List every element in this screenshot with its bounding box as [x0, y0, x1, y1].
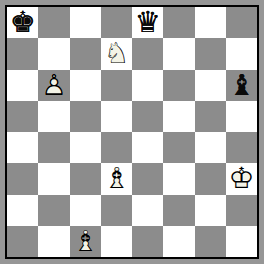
square-c5[interactable] [70, 101, 101, 132]
square-e7[interactable] [132, 38, 163, 69]
square-a7[interactable] [7, 38, 38, 69]
square-f5[interactable] [163, 101, 194, 132]
square-g7[interactable] [195, 38, 226, 69]
square-h3[interactable]: ♚♔ [226, 163, 257, 194]
square-b1[interactable] [38, 226, 69, 257]
white-bishop-glyph-outline: ♗ [72, 227, 98, 256]
square-c7[interactable] [70, 38, 101, 69]
square-a2[interactable] [7, 195, 38, 226]
square-g8[interactable] [195, 7, 226, 38]
white-pawn-glyph-outline: ♙ [41, 71, 67, 100]
square-g3[interactable] [195, 163, 226, 194]
square-h8[interactable] [226, 7, 257, 38]
square-b6[interactable]: ♟♙ [38, 70, 69, 101]
square-h2[interactable] [226, 195, 257, 226]
black-bishop-glyph-outline: ♝ [228, 71, 254, 100]
square-c3[interactable] [70, 163, 101, 194]
chess-diagram: ♚♚♛♛♞♘♟♙♝♝♝♗♚♔♝♗ [0, 0, 264, 264]
square-b7[interactable] [38, 38, 69, 69]
square-e6[interactable] [132, 70, 163, 101]
square-a1[interactable] [7, 226, 38, 257]
white-knight-glyph-outline: ♘ [103, 39, 129, 68]
square-e8[interactable]: ♛♛ [132, 7, 163, 38]
board-frame: ♚♚♛♛♞♘♟♙♝♝♝♗♚♔♝♗ [5, 5, 259, 259]
square-g1[interactable] [195, 226, 226, 257]
square-b8[interactable] [38, 7, 69, 38]
square-g2[interactable] [195, 195, 226, 226]
square-a3[interactable] [7, 163, 38, 194]
square-h5[interactable] [226, 101, 257, 132]
square-f6[interactable] [163, 70, 194, 101]
white-bishop-glyph-outline: ♗ [103, 164, 129, 193]
square-b5[interactable] [38, 101, 69, 132]
square-e4[interactable] [132, 132, 163, 163]
black-queen-glyph-outline: ♛ [135, 8, 161, 37]
square-d5[interactable] [101, 101, 132, 132]
square-f7[interactable] [163, 38, 194, 69]
white-king-glyph-outline: ♔ [228, 164, 254, 193]
square-g4[interactable] [195, 132, 226, 163]
square-e5[interactable] [132, 101, 163, 132]
white-bishop-piece: ♝♗ [103, 164, 129, 193]
square-h6[interactable]: ♝♝ [226, 70, 257, 101]
square-a4[interactable] [7, 132, 38, 163]
square-d4[interactable] [101, 132, 132, 163]
square-b4[interactable] [38, 132, 69, 163]
square-c2[interactable] [70, 195, 101, 226]
square-f3[interactable] [163, 163, 194, 194]
square-d6[interactable] [101, 70, 132, 101]
square-f1[interactable] [163, 226, 194, 257]
square-a8[interactable]: ♚♚ [7, 7, 38, 38]
square-e1[interactable] [132, 226, 163, 257]
white-knight-piece: ♞♘ [103, 39, 129, 68]
square-e3[interactable] [132, 163, 163, 194]
white-pawn-piece: ♟♙ [41, 71, 67, 100]
chess-board: ♚♚♛♛♞♘♟♙♝♝♝♗♚♔♝♗ [7, 7, 257, 257]
square-c6[interactable] [70, 70, 101, 101]
square-d1[interactable] [101, 226, 132, 257]
square-d2[interactable] [101, 195, 132, 226]
black-king-piece: ♚♚ [10, 8, 36, 37]
black-queen-piece: ♛♛ [135, 8, 161, 37]
white-king-piece: ♚♔ [228, 164, 254, 193]
square-a5[interactable] [7, 101, 38, 132]
black-king-glyph-outline: ♚ [10, 8, 36, 37]
square-g6[interactable] [195, 70, 226, 101]
square-e2[interactable] [132, 195, 163, 226]
square-f4[interactable] [163, 132, 194, 163]
square-h4[interactable] [226, 132, 257, 163]
square-g5[interactable] [195, 101, 226, 132]
square-f2[interactable] [163, 195, 194, 226]
white-bishop-piece: ♝♗ [72, 227, 98, 256]
square-d3[interactable]: ♝♗ [101, 163, 132, 194]
square-c4[interactable] [70, 132, 101, 163]
square-b3[interactable] [38, 163, 69, 194]
square-h7[interactable] [226, 38, 257, 69]
square-h1[interactable] [226, 226, 257, 257]
square-c8[interactable] [70, 7, 101, 38]
square-b2[interactable] [38, 195, 69, 226]
square-d8[interactable] [101, 7, 132, 38]
square-c1[interactable]: ♝♗ [70, 226, 101, 257]
square-a6[interactable] [7, 70, 38, 101]
square-f8[interactable] [163, 7, 194, 38]
black-bishop-piece: ♝♝ [228, 71, 254, 100]
square-d7[interactable]: ♞♘ [101, 38, 132, 69]
